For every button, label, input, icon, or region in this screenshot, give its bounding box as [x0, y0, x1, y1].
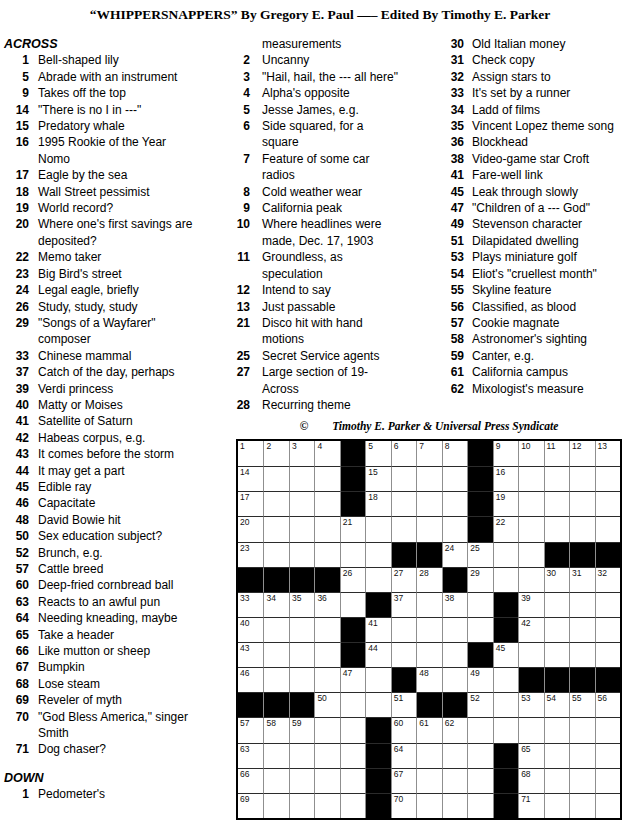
cell-r6c8[interactable]: 28 [416, 567, 441, 592]
clue-text: "God Bless America," singer Smith [38, 709, 198, 742]
clue-number: 23 [4, 266, 29, 282]
cell-r14c15[interactable] [595, 768, 620, 793]
clue-number: 45 [4, 479, 29, 495]
clue-text: It's set by a runner [472, 85, 614, 101]
cell-r7c1[interactable]: 33 [238, 592, 263, 617]
cell-r3c2[interactable] [263, 491, 288, 516]
cell-r8c10[interactable] [467, 617, 492, 642]
block-r4c10 [467, 516, 492, 541]
cell-number: 7 [419, 442, 424, 451]
cell-r9c1[interactable]: 43 [238, 642, 263, 667]
cell-r12c14[interactable] [569, 717, 594, 742]
cell-r5c12[interactable] [518, 542, 543, 567]
cell-r7c15[interactable] [595, 592, 620, 617]
cell-r15c7[interactable]: 70 [391, 793, 416, 818]
cell-r8c8[interactable] [416, 617, 441, 642]
cell-r2c15[interactable] [595, 466, 620, 491]
cell-number: 66 [240, 770, 249, 779]
down-clue-9: 9California peak [234, 200, 432, 216]
clue-number: 3 [234, 69, 250, 85]
cell-r1c2[interactable]: 2 [263, 441, 288, 466]
cell-r11c14[interactable]: 55 [569, 692, 594, 717]
cell-r3c11[interactable]: 19 [493, 491, 518, 516]
cell-number: 58 [266, 719, 275, 728]
block-r6c3 [289, 567, 314, 592]
clue-number: 19 [4, 200, 29, 216]
cell-r7c12[interactable]: 39 [518, 592, 543, 617]
clue-number: 48 [4, 512, 29, 528]
cell-r11c12[interactable]: 53 [518, 692, 543, 717]
cell-number: 11 [547, 442, 556, 451]
cell-r2c6[interactable]: 15 [365, 466, 390, 491]
cell-r15c2[interactable] [263, 793, 288, 818]
cell-r1c8[interactable]: 7 [416, 441, 441, 466]
across-clue-68: 68Lose steam [4, 676, 232, 692]
clue-text: Edible ray [38, 479, 198, 495]
clue-text: Reveler of myth [38, 692, 198, 708]
cell-r8c13[interactable] [544, 617, 569, 642]
down-clue-25: 25Secret Service agents [234, 348, 432, 364]
cell-r2c4[interactable] [314, 466, 339, 491]
across-clue-29: 29"Songs of a Wayfarer" composer [4, 315, 232, 348]
cell-r5c6[interactable] [365, 542, 390, 567]
cell-r7c7[interactable]: 37 [391, 592, 416, 617]
cell-r14c5[interactable] [340, 768, 365, 793]
cell-r12c3[interactable]: 59 [289, 717, 314, 742]
cell-r9c4[interactable] [314, 642, 339, 667]
cell-r10c6[interactable] [365, 667, 390, 692]
cell-number: 20 [240, 518, 249, 527]
cell-r12c5[interactable] [340, 717, 365, 742]
block-r12c6 [365, 717, 390, 742]
clue-number: 5 [234, 102, 250, 118]
cell-r1c15[interactable]: 13 [595, 441, 620, 466]
cell-r15c12[interactable]: 71 [518, 793, 543, 818]
clue-text: Jesse James, e.g. [262, 102, 401, 118]
cell-r5c2[interactable] [263, 542, 288, 567]
cell-r15c15[interactable] [595, 793, 620, 818]
cell-r4c5[interactable]: 21 [340, 516, 365, 541]
cell-number: 26 [343, 569, 352, 578]
cell-r9c13[interactable] [544, 642, 569, 667]
cell-r5c10[interactable]: 25 [467, 542, 492, 567]
cell-r15c8[interactable] [416, 793, 441, 818]
down-clue-56: 56Classified, as blood [434, 299, 638, 315]
across-clue-50: 50Sex education subject? [4, 528, 232, 544]
cell-r2c9[interactable] [442, 466, 467, 491]
cell-r14c7[interactable]: 67 [391, 768, 416, 793]
clue-text: "Children of a --- God" [472, 200, 614, 216]
copyright-symbol: © [300, 420, 309, 432]
cell-r1c9[interactable]: 8 [442, 441, 467, 466]
clue-number: 5 [4, 69, 29, 85]
cell-r11c11[interactable] [493, 692, 518, 717]
across-clue-41: 41Satellite of Saturn [4, 413, 232, 429]
cell-r8c3[interactable] [289, 617, 314, 642]
cell-r10c2[interactable] [263, 667, 288, 692]
cell-number: 4 [317, 442, 322, 451]
cell-r8c1[interactable]: 40 [238, 617, 263, 642]
cell-r4c15[interactable] [595, 516, 620, 541]
cell-r13c3[interactable] [289, 743, 314, 768]
cell-r2c3[interactable] [289, 466, 314, 491]
cell-r14c1[interactable]: 66 [238, 768, 263, 793]
cell-r5c3[interactable] [289, 542, 314, 567]
cell-number: 9 [496, 442, 501, 451]
cell-r7c14[interactable] [569, 592, 594, 617]
clue-number: 39 [4, 381, 29, 397]
cell-r10c3[interactable] [289, 667, 314, 692]
cell-r14c2[interactable] [263, 768, 288, 793]
cell-number: 62 [445, 719, 454, 728]
cell-r9c15[interactable] [595, 642, 620, 667]
cell-r6c7[interactable]: 27 [391, 567, 416, 592]
cell-r11c15[interactable]: 56 [595, 692, 620, 717]
clue-number: 71 [4, 741, 29, 757]
clue-number: 56 [434, 299, 464, 315]
cell-r9c14[interactable] [569, 642, 594, 667]
cell-r14c10[interactable] [467, 768, 492, 793]
cell-number: 59 [292, 719, 301, 728]
cell-r10c5[interactable]: 47 [340, 667, 365, 692]
cell-r12c1[interactable]: 57 [238, 717, 263, 742]
clue-number: 59 [434, 348, 464, 364]
cell-r15c3[interactable] [289, 793, 314, 818]
cell-r7c8[interactable] [416, 592, 441, 617]
cell-r4c1[interactable]: 20 [238, 516, 263, 541]
across-clue-57: 57Cattle breed [4, 561, 232, 577]
cell-number: 28 [419, 569, 428, 578]
cell-r3c15[interactable] [595, 491, 620, 516]
clue-text: Capacitate [38, 495, 198, 511]
cell-r4c2[interactable] [263, 516, 288, 541]
across-clue-19: 19World record? [4, 200, 232, 216]
across-clue-64: 64Needing kneading, maybe [4, 610, 232, 626]
clue-number: 53 [434, 249, 464, 265]
cell-r8c15[interactable] [595, 617, 620, 642]
cell-r12c15[interactable] [595, 717, 620, 742]
cell-r13c8[interactable] [416, 743, 441, 768]
across-clue-65: 65Take a header [4, 627, 232, 643]
cell-r15c5[interactable] [340, 793, 365, 818]
cell-r2c1[interactable]: 14 [238, 466, 263, 491]
cell-r7c3[interactable]: 35 [289, 592, 314, 617]
cell-r9c3[interactable] [289, 642, 314, 667]
cell-r11c7[interactable]: 51 [391, 692, 416, 717]
cell-r15c14[interactable] [569, 793, 594, 818]
cell-r7c13[interactable] [544, 592, 569, 617]
clue-number: 37 [4, 364, 29, 380]
cell-number: 67 [394, 770, 403, 779]
cell-r13c14[interactable] [569, 743, 594, 768]
cell-r9c11[interactable]: 45 [493, 642, 518, 667]
cell-r12c13[interactable] [544, 717, 569, 742]
cell-r4c11[interactable]: 22 [493, 516, 518, 541]
clue-number: 55 [434, 282, 464, 298]
down-clue-11: 11Groundless, as speculation [234, 249, 432, 282]
cell-r3c1[interactable]: 17 [238, 491, 263, 516]
cell-r1c4[interactable]: 4 [314, 441, 339, 466]
cell-r13c1[interactable]: 63 [238, 743, 263, 768]
cell-number: 54 [547, 694, 556, 703]
clue-text: Predatory whale [38, 118, 198, 134]
clue-text: Takes off the top [38, 85, 198, 101]
cell-r12c8[interactable]: 61 [416, 717, 441, 742]
down-clue-61: 61California campus [434, 364, 638, 380]
cell-number: 39 [521, 594, 530, 603]
clue-text: Verdi princess [38, 381, 198, 397]
cell-r14c4[interactable] [314, 768, 339, 793]
cell-r6c10[interactable]: 29 [467, 567, 492, 592]
cell-r3c9[interactable] [442, 491, 467, 516]
cell-r5c4[interactable] [314, 542, 339, 567]
cell-r14c3[interactable] [289, 768, 314, 793]
across-clue-44: 44It may get a part [4, 463, 232, 479]
block-r1c5 [340, 441, 365, 466]
cell-r8c4[interactable] [314, 617, 339, 642]
across-clue-16: 161995 Rookie of the Year Nomo [4, 134, 232, 167]
cell-r2c13[interactable] [544, 466, 569, 491]
clue-text: Abrade with an instrument [38, 69, 198, 85]
cell-r9c2[interactable] [263, 642, 288, 667]
down-clue-55: 55Skyline feature [434, 282, 638, 298]
cell-r4c3[interactable] [289, 516, 314, 541]
cell-r8c6[interactable]: 41 [365, 617, 390, 642]
cell-r8c14[interactable] [569, 617, 594, 642]
cell-r2c8[interactable] [416, 466, 441, 491]
cell-number: 52 [470, 694, 479, 703]
down-clue-21: 21Disco hit with hand motions [234, 315, 432, 348]
cell-r3c8[interactable] [416, 491, 441, 516]
cell-r8c2[interactable] [263, 617, 288, 642]
cell-r6c14[interactable]: 31 [569, 567, 594, 592]
cell-r4c9[interactable] [442, 516, 467, 541]
cell-r3c3[interactable] [289, 491, 314, 516]
cell-r13c9[interactable] [442, 743, 467, 768]
cell-r11c4[interactable]: 50 [314, 692, 339, 717]
cell-r9c7[interactable] [391, 642, 416, 667]
cell-r8c9[interactable] [442, 617, 467, 642]
cell-r3c6[interactable]: 18 [365, 491, 390, 516]
clue-number: 9 [4, 85, 29, 101]
cell-number: 48 [419, 669, 428, 678]
clue-text: Dilapidated dwelling [472, 233, 614, 249]
block-r14c11 [493, 768, 518, 793]
cell-r6c12[interactable] [518, 567, 543, 592]
clue-text: Intend to say [262, 282, 401, 298]
cell-r11c13[interactable]: 54 [544, 692, 569, 717]
cell-r10c1[interactable]: 46 [238, 667, 263, 692]
down-clue-1: 1Pedometer's [4, 786, 232, 802]
cell-r1c1[interactable]: 1 [238, 441, 263, 466]
cell-r12c9[interactable]: 62 [442, 717, 467, 742]
clue-text: Alpha's opposite [262, 85, 401, 101]
cell-number: 32 [598, 569, 607, 578]
cell-r6c15[interactable]: 32 [595, 567, 620, 592]
clue-number: 12 [234, 282, 250, 298]
block-r9c10 [467, 642, 492, 667]
cell-r4c8[interactable] [416, 516, 441, 541]
cell-r13c13[interactable] [544, 743, 569, 768]
cell-r2c12[interactable] [518, 466, 543, 491]
across-clue-45: 45Edible ray [4, 479, 232, 495]
cell-r12c7[interactable]: 60 [391, 717, 416, 742]
cell-r10c10[interactable]: 49 [467, 667, 492, 692]
cell-r10c4[interactable] [314, 667, 339, 692]
cell-r1c6[interactable]: 5 [365, 441, 390, 466]
cell-r13c7[interactable]: 64 [391, 743, 416, 768]
cell-r14c12[interactable]: 68 [518, 768, 543, 793]
cell-number: 33 [240, 594, 249, 603]
cell-r12c11[interactable] [493, 717, 518, 742]
cell-number: 12 [572, 442, 581, 451]
cell-r14c14[interactable] [569, 768, 594, 793]
cell-r4c7[interactable] [391, 516, 416, 541]
crossword-grid: 1234567891011121314151617181920212223242… [236, 439, 622, 820]
cell-r2c14[interactable] [569, 466, 594, 491]
clue-text: Assign stars to [472, 69, 614, 85]
cell-r13c15[interactable] [595, 743, 620, 768]
across-clue-67: 67Bumpkin [4, 659, 232, 675]
cell-r3c13[interactable] [544, 491, 569, 516]
cell-r7c4[interactable]: 36 [314, 592, 339, 617]
cell-r2c11[interactable]: 16 [493, 466, 518, 491]
down-clue-62: 62Mixologist's measure [434, 381, 638, 397]
cell-r8c7[interactable] [391, 617, 416, 642]
cell-number: 30 [547, 569, 556, 578]
cell-r2c2[interactable] [263, 466, 288, 491]
clue-text: Eagle by the sea [38, 167, 198, 183]
cell-r13c4[interactable] [314, 743, 339, 768]
cell-r4c4[interactable] [314, 516, 339, 541]
cell-r15c13[interactable] [544, 793, 569, 818]
cell-r6c11[interactable] [493, 567, 518, 592]
clue-number: 20 [4, 216, 29, 232]
cell-r7c10[interactable] [467, 592, 492, 617]
cell-r5c1[interactable]: 23 [238, 542, 263, 567]
cell-r13c12[interactable]: 65 [518, 743, 543, 768]
cell-r14c13[interactable] [544, 768, 569, 793]
cell-r7c9[interactable]: 38 [442, 592, 467, 617]
clue-column-1: ACROSS 1Bell-shaped lily5Abrade with an … [4, 36, 232, 803]
cell-r1c3[interactable]: 3 [289, 441, 314, 466]
cell-r13c5[interactable] [340, 743, 365, 768]
clue-number: 33 [4, 348, 29, 364]
clue-number: 66 [4, 643, 29, 659]
clue-number: 16 [4, 134, 29, 150]
across-clue-63: 63Reacts to an awful pun [4, 594, 232, 610]
cell-r3c14[interactable] [569, 491, 594, 516]
clue-number: 65 [4, 627, 29, 643]
cell-r3c12[interactable] [518, 491, 543, 516]
cell-r6c5[interactable]: 26 [340, 567, 365, 592]
cell-r6c13[interactable]: 30 [544, 567, 569, 592]
down-clue-35: 35Vincent Lopez theme song [434, 118, 638, 134]
cell-r9c8[interactable] [416, 642, 441, 667]
cell-r1c7[interactable]: 6 [391, 441, 416, 466]
clue-text: Vincent Lopez theme song [472, 118, 614, 134]
cell-r15c4[interactable] [314, 793, 339, 818]
cell-r9c6[interactable]: 44 [365, 642, 390, 667]
cell-r14c8[interactable] [416, 768, 441, 793]
cell-r7c2[interactable]: 34 [263, 592, 288, 617]
cell-r1c12[interactable]: 10 [518, 441, 543, 466]
block-r5c13 [544, 542, 569, 567]
cell-r12c12[interactable] [518, 717, 543, 742]
cell-r9c9[interactable] [442, 642, 467, 667]
block-r2c5 [340, 466, 365, 491]
cell-r7c5[interactable] [340, 592, 365, 617]
cell-r5c5[interactable] [340, 542, 365, 567]
cell-number: 29 [470, 569, 479, 578]
cell-r10c8[interactable]: 48 [416, 667, 441, 692]
cell-r15c9[interactable] [442, 793, 467, 818]
down-clue-27: 27Large section of 19-Across [234, 364, 432, 397]
cell-r11c6[interactable] [365, 692, 390, 717]
cell-number: 17 [240, 493, 249, 502]
cell-r13c2[interactable] [263, 743, 288, 768]
cell-r12c4[interactable] [314, 717, 339, 742]
clue-text: California campus [472, 364, 614, 380]
cell-number: 45 [496, 644, 505, 653]
cell-r4c12[interactable] [518, 516, 543, 541]
block-r6c1 [238, 567, 263, 592]
cell-r12c2[interactable]: 58 [263, 717, 288, 742]
down-clue-33: 33It's set by a runner [434, 85, 638, 101]
cell-r10c11[interactable] [493, 667, 518, 692]
clue-number: 54 [434, 266, 464, 282]
block-r6c4 [314, 567, 339, 592]
down-clue-47: 47"Children of a --- God" [434, 200, 638, 216]
cell-r3c7[interactable] [391, 491, 416, 516]
across-clue-23: 23Big Bird's street [4, 266, 232, 282]
cell-number: 8 [445, 442, 450, 451]
cell-r1c13[interactable]: 11 [544, 441, 569, 466]
cell-number: 53 [521, 694, 530, 703]
cell-r12c10[interactable] [467, 717, 492, 742]
cell-number: 44 [368, 644, 377, 653]
cell-r9c12[interactable] [518, 642, 543, 667]
block-r5c14 [569, 542, 594, 567]
cell-r2c7[interactable] [391, 466, 416, 491]
cell-r1c14[interactable]: 12 [569, 441, 594, 466]
cell-r3c4[interactable] [314, 491, 339, 516]
down-clue-49: 49Stevenson character [434, 216, 638, 232]
cell-r4c6[interactable] [365, 516, 390, 541]
cell-r13c10[interactable] [467, 743, 492, 768]
cell-r10c9[interactable] [442, 667, 467, 692]
cell-r5c9[interactable]: 24 [442, 542, 467, 567]
clue-number: 17 [4, 167, 29, 183]
cell-r6c6[interactable] [365, 567, 390, 592]
cell-r4c14[interactable] [569, 516, 594, 541]
cell-number: 60 [394, 719, 403, 728]
cell-r14c9[interactable] [442, 768, 467, 793]
clue-number: 67 [4, 659, 29, 675]
block-r15c6 [365, 793, 390, 818]
clue-text: Video-game star Croft [472, 151, 614, 167]
cell-r8c12[interactable]: 42 [518, 617, 543, 642]
cell-r11c10[interactable]: 52 [467, 692, 492, 717]
block-r15c11 [493, 793, 518, 818]
cell-r1c11[interactable]: 9 [493, 441, 518, 466]
cell-r4c13[interactable] [544, 516, 569, 541]
cell-r15c10[interactable] [467, 793, 492, 818]
clue-number: 29 [4, 315, 29, 331]
cell-r15c1[interactable]: 69 [238, 793, 263, 818]
cell-r11c5[interactable] [340, 692, 365, 717]
cell-r5c11[interactable] [493, 542, 518, 567]
